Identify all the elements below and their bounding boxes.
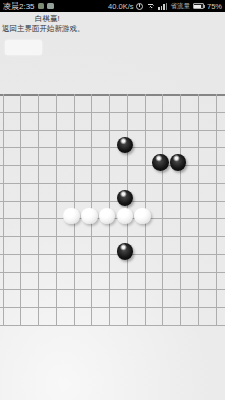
grid-line <box>0 289 225 290</box>
grid-line <box>162 94 163 325</box>
black-stone <box>117 243 134 260</box>
data-saver-label: 省流量 <box>170 2 190 11</box>
black-stone <box>117 190 134 207</box>
grid-line <box>0 147 225 148</box>
result-message: 白棋赢! 返回主界面开始新游戏。 <box>2 14 85 33</box>
white-stone <box>134 208 151 225</box>
black-stone <box>152 154 169 171</box>
back-button[interactable] <box>5 40 42 55</box>
notification-icon <box>47 3 54 10</box>
clock-time: 凌晨2:35 <box>3 1 35 12</box>
grid-line <box>20 94 21 325</box>
hint-text: 返回主界面开始新游戏。 <box>2 24 85 34</box>
black-stone <box>117 137 134 154</box>
battery-icon <box>193 3 204 9</box>
grid-line <box>0 236 225 237</box>
grid-line <box>38 94 39 325</box>
battery-percent: 75% <box>207 2 222 11</box>
network-speed: 40.0K/s <box>108 2 133 11</box>
game-screen: 白棋赢! 返回主界面开始新游戏。 <box>0 12 225 400</box>
grid-line <box>180 94 181 325</box>
signal-strength-icon <box>158 3 167 10</box>
grid-line <box>0 307 225 308</box>
wifi-icon <box>146 3 155 10</box>
notification-icon <box>38 3 45 10</box>
grid-line <box>0 94 225 96</box>
grid-line <box>56 94 57 325</box>
grid-line <box>198 94 199 325</box>
white-stone <box>117 208 134 225</box>
grid-line <box>216 94 217 325</box>
board[interactable] <box>0 92 225 329</box>
grid-line <box>0 201 225 202</box>
grid-line <box>0 272 225 273</box>
white-stone <box>99 208 116 225</box>
grid-line <box>0 254 225 255</box>
grid-line <box>0 325 225 326</box>
alarm-icon <box>136 3 143 10</box>
grid-line <box>0 165 225 166</box>
grid-line <box>3 94 4 325</box>
white-stone <box>81 208 98 225</box>
grid-line <box>0 130 225 131</box>
status-bar: 凌晨2:35 40.0K/s 省流量 75% <box>0 0 225 12</box>
screen: 凌晨2:35 40.0K/s 省流量 75% 白棋赢! 返回主界面开始新游戏。 <box>0 0 225 400</box>
result-text: 白棋赢! <box>35 14 85 24</box>
black-stone <box>170 154 187 171</box>
white-stone <box>63 208 80 225</box>
grid-line <box>0 112 225 113</box>
grid-line <box>0 183 225 184</box>
